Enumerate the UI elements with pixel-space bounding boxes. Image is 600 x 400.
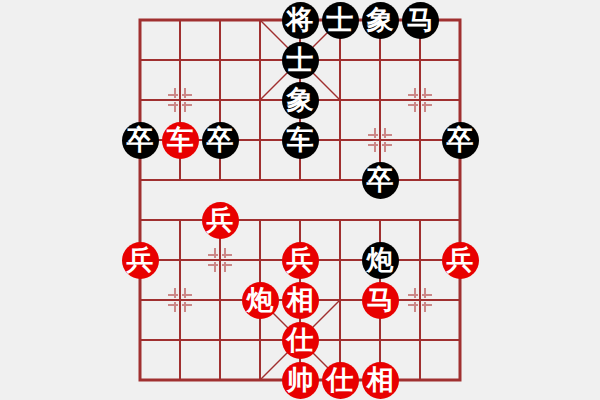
piece-red-chariot[interactable]: 车 (162, 122, 199, 159)
piece-red-advisor[interactable]: 仕 (322, 362, 359, 399)
piece-red-elephant[interactable]: 相 (362, 362, 399, 399)
pieces-layer: 将士象马士象卒车卒车卒卒兵兵兵炮兵炮相马仕帅仕相 (120, 0, 480, 400)
piece-black-elephant[interactable]: 象 (282, 82, 319, 119)
piece-red-pawn[interactable]: 兵 (122, 242, 159, 279)
piece-black-elephant[interactable]: 象 (362, 2, 399, 39)
piece-red-advisor[interactable]: 仕 (282, 322, 319, 359)
piece-black-advisor[interactable]: 士 (282, 42, 319, 79)
piece-black-horse[interactable]: 马 (402, 2, 439, 39)
piece-black-chariot[interactable]: 车 (282, 122, 319, 159)
piece-black-pawn[interactable]: 卒 (202, 122, 239, 159)
piece-red-general[interactable]: 帅 (282, 362, 319, 399)
piece-red-cannon[interactable]: 炮 (242, 282, 279, 319)
xiangqi-board: 将士象马士象卒车卒车卒卒兵兵兵炮兵炮相马仕帅仕相 (0, 0, 600, 400)
piece-black-general[interactable]: 将 (282, 2, 319, 39)
piece-black-cannon[interactable]: 炮 (362, 242, 399, 279)
piece-black-pawn[interactable]: 卒 (442, 122, 479, 159)
piece-red-pawn[interactable]: 兵 (442, 242, 479, 279)
piece-black-advisor[interactable]: 士 (322, 2, 359, 39)
piece-red-elephant[interactable]: 相 (282, 282, 319, 319)
piece-black-pawn[interactable]: 卒 (122, 122, 159, 159)
piece-black-pawn[interactable]: 卒 (362, 162, 399, 199)
piece-red-pawn[interactable]: 兵 (202, 202, 239, 239)
piece-red-pawn[interactable]: 兵 (282, 242, 319, 279)
piece-red-horse[interactable]: 马 (362, 282, 399, 319)
